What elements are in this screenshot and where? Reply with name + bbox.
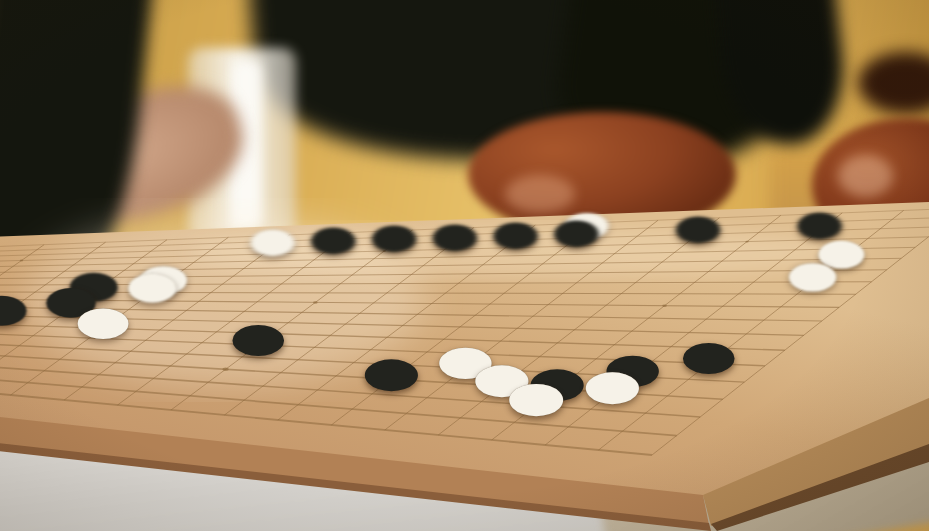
go-game-photograph: ●●●●●●●●●●●●●●●●●●●●●●●●●● xyxy=(0,0,929,531)
photo-vignette xyxy=(0,0,929,531)
